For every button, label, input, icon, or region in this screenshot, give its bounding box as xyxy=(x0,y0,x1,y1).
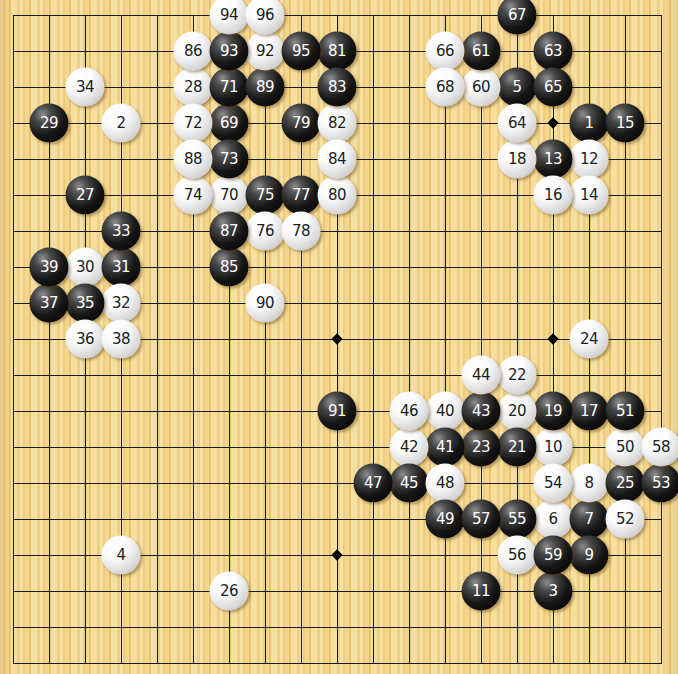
black-stone-45: 45 xyxy=(390,464,429,503)
move-number: 71 xyxy=(220,80,238,95)
move-number: 12 xyxy=(580,152,598,167)
white-stone-58: 58 xyxy=(642,428,678,467)
white-stone-2: 2 xyxy=(102,104,141,143)
move-number: 33 xyxy=(112,224,130,239)
black-stone-43: 43 xyxy=(462,392,501,431)
black-stone-9: 9 xyxy=(570,536,609,575)
move-number: 14 xyxy=(580,188,598,203)
move-number: 41 xyxy=(436,440,454,455)
black-stone-1: 1 xyxy=(570,104,609,143)
move-number: 70 xyxy=(220,188,238,203)
move-number: 50 xyxy=(616,440,634,455)
move-number: 81 xyxy=(328,44,346,59)
move-number: 76 xyxy=(256,224,274,239)
black-stone-81: 81 xyxy=(318,32,357,71)
black-stone-91: 91 xyxy=(318,392,357,431)
white-stone-92: 92 xyxy=(246,32,285,71)
move-number: 32 xyxy=(112,296,130,311)
move-number: 22 xyxy=(508,368,526,383)
move-number: 47 xyxy=(364,476,382,491)
move-number: 58 xyxy=(652,440,670,455)
move-number: 56 xyxy=(508,548,526,563)
move-number: 2 xyxy=(116,116,125,131)
move-number: 26 xyxy=(220,584,238,599)
white-stone-16: 16 xyxy=(534,176,573,215)
move-number: 90 xyxy=(256,296,274,311)
move-number: 49 xyxy=(436,512,454,527)
white-stone-66: 66 xyxy=(426,32,465,71)
grid-vline xyxy=(373,15,374,664)
white-stone-8: 8 xyxy=(570,464,609,503)
star-point-icon xyxy=(547,333,558,344)
white-stone-88: 88 xyxy=(174,140,213,179)
move-number: 48 xyxy=(436,476,454,491)
black-stone-49: 49 xyxy=(426,500,465,539)
black-stone-27: 27 xyxy=(66,176,105,215)
white-stone-86: 86 xyxy=(174,32,213,71)
move-number: 37 xyxy=(40,296,58,311)
white-stone-54: 54 xyxy=(534,464,573,503)
move-number: 57 xyxy=(472,512,490,527)
move-number: 1 xyxy=(584,116,593,131)
move-number: 46 xyxy=(400,404,418,419)
white-stone-30: 30 xyxy=(66,248,105,287)
black-stone-51: 51 xyxy=(606,392,645,431)
white-stone-12: 12 xyxy=(570,140,609,179)
black-stone-21: 21 xyxy=(498,428,537,467)
black-stone-65: 65 xyxy=(534,68,573,107)
move-number: 11 xyxy=(472,584,490,599)
white-stone-94: 94 xyxy=(210,0,249,35)
white-stone-18: 18 xyxy=(498,140,537,179)
move-number: 36 xyxy=(76,332,94,347)
black-stone-95: 95 xyxy=(282,32,321,71)
black-stone-83: 83 xyxy=(318,68,357,107)
go-board[interactable]: 1234567891011121314151617181920212223242… xyxy=(0,0,678,674)
black-stone-41: 41 xyxy=(426,428,465,467)
move-number: 80 xyxy=(328,188,346,203)
star-point-icon xyxy=(331,549,342,560)
move-number: 89 xyxy=(256,80,274,95)
black-stone-3: 3 xyxy=(534,572,573,611)
black-stone-13: 13 xyxy=(534,140,573,179)
black-stone-55: 55 xyxy=(498,500,537,539)
grid-vline xyxy=(409,15,410,664)
move-number: 94 xyxy=(220,8,238,23)
move-number: 35 xyxy=(76,296,94,311)
white-stone-28: 28 xyxy=(174,68,213,107)
black-stone-37: 37 xyxy=(30,284,69,323)
star-point-icon xyxy=(547,117,558,128)
black-stone-57: 57 xyxy=(462,500,501,539)
black-stone-93: 93 xyxy=(210,32,249,71)
grid-vline xyxy=(481,15,482,664)
move-number: 78 xyxy=(292,224,310,239)
black-stone-69: 69 xyxy=(210,104,249,143)
black-stone-35: 35 xyxy=(66,284,105,323)
move-number: 16 xyxy=(544,188,562,203)
move-number: 10 xyxy=(544,440,562,455)
white-stone-42: 42 xyxy=(390,428,429,467)
move-number: 54 xyxy=(544,476,562,491)
move-number: 53 xyxy=(652,476,670,491)
white-stone-24: 24 xyxy=(570,320,609,359)
black-stone-47: 47 xyxy=(354,464,393,503)
white-stone-14: 14 xyxy=(570,176,609,215)
move-number: 23 xyxy=(472,440,490,455)
move-number: 85 xyxy=(220,260,238,275)
move-number: 29 xyxy=(40,116,58,131)
move-number: 24 xyxy=(580,332,598,347)
move-number: 63 xyxy=(544,44,562,59)
black-stone-53: 53 xyxy=(642,464,678,503)
move-number: 92 xyxy=(256,44,274,59)
move-number: 9 xyxy=(584,548,593,563)
white-stone-44: 44 xyxy=(462,356,501,395)
white-stone-56: 56 xyxy=(498,536,537,575)
move-number: 15 xyxy=(616,116,634,131)
move-number: 74 xyxy=(184,188,202,203)
move-number: 87 xyxy=(220,224,238,239)
white-stone-36: 36 xyxy=(66,320,105,359)
move-number: 13 xyxy=(544,152,562,167)
white-stone-70: 70 xyxy=(210,176,249,215)
move-number: 25 xyxy=(616,476,634,491)
black-stone-5: 5 xyxy=(498,68,537,107)
move-number: 91 xyxy=(328,404,346,419)
black-stone-59: 59 xyxy=(534,536,573,575)
black-stone-15: 15 xyxy=(606,104,645,143)
white-stone-38: 38 xyxy=(102,320,141,359)
move-number: 82 xyxy=(328,116,346,131)
white-stone-40: 40 xyxy=(426,392,465,431)
white-stone-50: 50 xyxy=(606,428,645,467)
move-number: 95 xyxy=(292,44,310,59)
move-number: 68 xyxy=(436,80,454,95)
white-stone-6: 6 xyxy=(534,500,573,539)
grid-hline xyxy=(13,627,662,628)
move-number: 21 xyxy=(508,440,526,455)
move-number: 72 xyxy=(184,116,202,131)
move-number: 79 xyxy=(292,116,310,131)
black-stone-23: 23 xyxy=(462,428,501,467)
move-number: 51 xyxy=(616,404,634,419)
move-number: 84 xyxy=(328,152,346,167)
white-stone-78: 78 xyxy=(282,212,321,251)
black-stone-11: 11 xyxy=(462,572,501,611)
white-stone-22: 22 xyxy=(498,356,537,395)
white-stone-34: 34 xyxy=(66,68,105,107)
move-number: 3 xyxy=(548,584,557,599)
move-number: 69 xyxy=(220,116,238,131)
move-number: 4 xyxy=(116,548,125,563)
move-number: 30 xyxy=(76,260,94,275)
white-stone-20: 20 xyxy=(498,392,537,431)
white-stone-52: 52 xyxy=(606,500,645,539)
black-stone-67: 67 xyxy=(498,0,537,35)
move-number: 19 xyxy=(544,404,562,419)
move-number: 28 xyxy=(184,80,202,95)
move-number: 34 xyxy=(76,80,94,95)
white-stone-60: 60 xyxy=(462,68,501,107)
move-number: 31 xyxy=(112,260,130,275)
move-number: 45 xyxy=(400,476,418,491)
move-number: 60 xyxy=(472,80,490,95)
move-number: 42 xyxy=(400,440,418,455)
black-stone-63: 63 xyxy=(534,32,573,71)
move-number: 55 xyxy=(508,512,526,527)
white-stone-32: 32 xyxy=(102,284,141,323)
white-stone-90: 90 xyxy=(246,284,285,323)
black-stone-29: 29 xyxy=(30,104,69,143)
move-number: 27 xyxy=(76,188,94,203)
white-stone-82: 82 xyxy=(318,104,357,143)
black-stone-19: 19 xyxy=(534,392,573,431)
black-stone-73: 73 xyxy=(210,140,249,179)
white-stone-76: 76 xyxy=(246,212,285,251)
star-point-icon xyxy=(331,333,342,344)
white-stone-64: 64 xyxy=(498,104,537,143)
white-stone-74: 74 xyxy=(174,176,213,215)
move-number: 65 xyxy=(544,80,562,95)
black-stone-75: 75 xyxy=(246,176,285,215)
move-number: 39 xyxy=(40,260,58,275)
black-stone-7: 7 xyxy=(570,500,609,539)
white-stone-48: 48 xyxy=(426,464,465,503)
white-stone-80: 80 xyxy=(318,176,357,215)
white-stone-4: 4 xyxy=(102,536,141,575)
move-number: 66 xyxy=(436,44,454,59)
black-stone-39: 39 xyxy=(30,248,69,287)
move-number: 7 xyxy=(584,512,593,527)
white-stone-72: 72 xyxy=(174,104,213,143)
black-stone-87: 87 xyxy=(210,212,249,251)
grid-vline xyxy=(445,15,446,664)
black-stone-61: 61 xyxy=(462,32,501,71)
black-stone-89: 89 xyxy=(246,68,285,107)
move-number: 61 xyxy=(472,44,490,59)
move-number: 59 xyxy=(544,548,562,563)
move-number: 52 xyxy=(616,512,634,527)
move-number: 40 xyxy=(436,404,454,419)
white-stone-26: 26 xyxy=(210,572,249,611)
move-number: 43 xyxy=(472,404,490,419)
move-number: 5 xyxy=(512,80,521,95)
white-stone-68: 68 xyxy=(426,68,465,107)
move-number: 8 xyxy=(584,476,593,491)
white-stone-46: 46 xyxy=(390,392,429,431)
move-number: 17 xyxy=(580,404,598,419)
move-number: 93 xyxy=(220,44,238,59)
black-stone-25: 25 xyxy=(606,464,645,503)
white-stone-84: 84 xyxy=(318,140,357,179)
move-number: 44 xyxy=(472,368,490,383)
white-stone-10: 10 xyxy=(534,428,573,467)
move-number: 20 xyxy=(508,404,526,419)
move-number: 77 xyxy=(292,188,310,203)
grid-hline xyxy=(13,375,662,376)
black-stone-17: 17 xyxy=(570,392,609,431)
move-number: 67 xyxy=(508,8,526,23)
white-stone-96: 96 xyxy=(246,0,285,35)
move-number: 18 xyxy=(508,152,526,167)
move-number: 64 xyxy=(508,116,526,131)
move-number: 6 xyxy=(548,512,557,527)
black-stone-31: 31 xyxy=(102,248,141,287)
black-stone-85: 85 xyxy=(210,248,249,287)
black-stone-79: 79 xyxy=(282,104,321,143)
move-number: 38 xyxy=(112,332,130,347)
move-number: 83 xyxy=(328,80,346,95)
move-number: 88 xyxy=(184,152,202,167)
black-stone-77: 77 xyxy=(282,176,321,215)
move-number: 96 xyxy=(256,8,274,23)
move-number: 86 xyxy=(184,44,202,59)
move-number: 73 xyxy=(220,152,238,167)
black-stone-71: 71 xyxy=(210,68,249,107)
grid-hline xyxy=(13,663,662,664)
grid-vline xyxy=(661,15,662,664)
move-number: 75 xyxy=(256,188,274,203)
black-stone-33: 33 xyxy=(102,212,141,251)
